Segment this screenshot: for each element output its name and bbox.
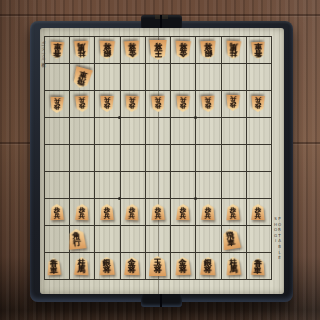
board-face: ポータブル将棋 PORTABLE SHOGI 香車桂馬銀将金将王将金将銀将桂馬香… (40, 28, 284, 294)
pawn-kanji: 歩兵 (49, 97, 64, 113)
piece-sente-lance[interactable]: 香車 (46, 257, 61, 275)
square-72[interactable] (94, 63, 119, 90)
pawn-kanji: 歩兵 (150, 96, 165, 112)
piece-gote-silver[interactable]: 銀将 (200, 41, 217, 60)
square-56[interactable] (145, 171, 170, 198)
fold-hinge-top (141, 15, 182, 29)
piece-gote-pawn[interactable]: 歩兵 (150, 96, 165, 112)
piece-gote-pawn[interactable]: 歩兵 (100, 96, 114, 112)
silver-kanji: 銀将 (99, 257, 116, 276)
square-62[interactable] (120, 63, 145, 90)
square-75[interactable] (94, 144, 119, 171)
square-12[interactable] (246, 63, 271, 90)
piece-gote-pawn[interactable]: 歩兵 (49, 97, 64, 113)
board-right-caption: PORTABLE SHOGI (273, 216, 281, 294)
piece-sente-rook[interactable]: 飛車 (221, 228, 242, 251)
square-84[interactable] (69, 117, 94, 144)
lance-kanji: 香車 (251, 41, 266, 58)
square-48[interactable] (170, 225, 195, 252)
piece-sente-gold[interactable]: 金将 (174, 257, 191, 276)
square-42[interactable] (170, 63, 195, 90)
piece-sente-king[interactable]: 玉将 (149, 256, 167, 276)
piece-gote-knight[interactable]: 桂馬 (74, 41, 90, 60)
piece-gote-pawn[interactable]: 歩兵 (175, 96, 190, 112)
piece-gote-pawn[interactable]: 歩兵 (201, 96, 216, 113)
square-96[interactable] (44, 171, 69, 198)
piece-gote-pawn[interactable]: 歩兵 (251, 96, 265, 112)
square-76[interactable] (94, 171, 119, 198)
pawn-kanji: 歩兵 (74, 96, 89, 113)
piece-sente-knight[interactable]: 桂馬 (74, 257, 90, 276)
pawn-kanji: 歩兵 (226, 95, 241, 111)
star-point (118, 116, 121, 119)
square-36[interactable] (195, 171, 220, 198)
piece-sente-knight[interactable]: 桂馬 (225, 257, 241, 276)
pawn-kanji: 歩兵 (75, 204, 90, 220)
gold-kanji: 金将 (174, 41, 191, 60)
piece-sente-pawn[interactable]: 歩兵 (251, 204, 265, 220)
pawn-kanji: 歩兵 (176, 204, 190, 220)
square-16[interactable] (246, 171, 271, 198)
pawn-kanji: 歩兵 (201, 96, 216, 113)
square-68[interactable] (120, 225, 145, 252)
square-15[interactable] (246, 144, 271, 171)
piece-gote-king[interactable]: 王将 (149, 40, 167, 60)
square-38[interactable] (195, 225, 220, 252)
pawn-kanji: 歩兵 (49, 204, 64, 220)
piece-sente-lance[interactable]: 香車 (251, 257, 266, 274)
knight-kanji: 桂馬 (74, 41, 90, 60)
piece-gote-lance[interactable]: 香車 (251, 41, 266, 58)
pawn-kanji: 歩兵 (100, 204, 114, 220)
star-point (118, 197, 121, 200)
square-46[interactable] (170, 171, 195, 198)
silver-kanji: 銀将 (99, 41, 116, 60)
pawn-kanji: 歩兵 (201, 204, 216, 220)
pawn-kanji: 歩兵 (125, 204, 140, 221)
piece-gote-lance[interactable]: 香車 (49, 41, 64, 59)
piece-gote-silver[interactable]: 銀将 (99, 41, 116, 60)
piece-sente-pawn[interactable]: 歩兵 (125, 204, 140, 221)
square-24[interactable] (221, 117, 246, 144)
square-14[interactable] (246, 117, 271, 144)
square-32[interactable] (195, 63, 220, 90)
star-point (194, 116, 197, 119)
square-54[interactable] (145, 117, 170, 144)
square-66[interactable] (120, 171, 145, 198)
square-22[interactable] (221, 63, 246, 90)
shogi-board-frame: ポータブル将棋 PORTABLE SHOGI 香車桂馬銀将金将王将金将銀将桂馬香… (30, 21, 293, 302)
square-18[interactable] (246, 225, 271, 252)
square-95[interactable] (44, 144, 69, 171)
square-92[interactable] (44, 63, 69, 90)
square-55[interactable] (145, 144, 170, 171)
square-58[interactable] (145, 225, 170, 252)
square-94[interactable] (44, 117, 69, 144)
pawn-kanji: 歩兵 (226, 204, 241, 220)
king-kanji: 王将 (149, 40, 167, 60)
piece-sente-pawn[interactable]: 歩兵 (226, 204, 241, 220)
table-surface: ポータブル将棋 PORTABLE SHOGI 香車桂馬銀将金将王将金将銀将桂馬香… (0, 0, 320, 320)
gold-kanji: 金将 (124, 257, 140, 275)
pawn-kanji: 歩兵 (100, 96, 114, 112)
square-34[interactable] (195, 117, 220, 144)
piece-sente-pawn[interactable]: 歩兵 (49, 204, 64, 220)
piece-sente-pawn[interactable]: 歩兵 (100, 204, 114, 220)
pawn-kanji: 歩兵 (150, 204, 165, 220)
piece-sente-silver[interactable]: 銀将 (99, 257, 116, 276)
square-25[interactable] (221, 144, 246, 171)
piece-gote-pawn[interactable]: 歩兵 (125, 96, 140, 113)
pawn-kanji: 歩兵 (251, 96, 265, 112)
gold-kanji: 金将 (124, 41, 141, 60)
square-44[interactable] (170, 117, 195, 144)
square-45[interactable] (170, 144, 195, 171)
star-point (194, 197, 197, 200)
square-85[interactable] (69, 144, 94, 171)
piece-gote-pawn[interactable]: 歩兵 (74, 96, 89, 113)
rook-kanji: 飛車 (221, 228, 242, 251)
piece-sente-pawn[interactable]: 歩兵 (201, 204, 216, 220)
pawn-kanji: 歩兵 (175, 96, 190, 112)
piece-sente-pawn[interactable]: 歩兵 (75, 204, 90, 220)
silver-kanji: 銀将 (200, 257, 217, 276)
silver-kanji: 銀将 (200, 41, 217, 60)
square-86[interactable] (69, 171, 94, 198)
square-52[interactable] (145, 63, 170, 90)
piece-gote-gold[interactable]: 金将 (124, 41, 141, 60)
bishop-kanji: 角行 (67, 228, 87, 249)
gold-kanji: 金将 (174, 257, 191, 276)
piece-gote-pawn[interactable]: 歩兵 (226, 95, 241, 111)
piece-sente-gold[interactable]: 金将 (124, 257, 140, 275)
piece-sente-silver[interactable]: 銀将 (200, 257, 217, 276)
square-74[interactable] (94, 117, 119, 144)
knight-kanji: 桂馬 (74, 257, 90, 276)
piece-gote-gold[interactable]: 金将 (174, 41, 191, 60)
piece-gote-knight[interactable]: 桂馬 (225, 41, 241, 60)
square-26[interactable] (221, 171, 246, 198)
fold-hinge-bottom (141, 294, 182, 307)
square-64[interactable] (120, 117, 145, 144)
piece-sente-bishop[interactable]: 角行 (67, 228, 87, 249)
lance-kanji: 香車 (251, 257, 266, 274)
king-kanji: 玉将 (149, 256, 167, 276)
pawn-kanji: 歩兵 (251, 204, 265, 220)
square-98[interactable] (44, 225, 69, 252)
square-35[interactable] (195, 144, 220, 171)
piece-sente-pawn[interactable]: 歩兵 (150, 204, 165, 220)
lance-kanji: 香車 (46, 257, 61, 275)
square-65[interactable] (120, 144, 145, 171)
square-78[interactable] (94, 225, 119, 252)
knight-kanji: 桂馬 (225, 257, 241, 276)
knight-kanji: 桂馬 (225, 41, 241, 60)
piece-sente-pawn[interactable]: 歩兵 (176, 204, 190, 220)
pawn-kanji: 歩兵 (125, 96, 140, 113)
lance-kanji: 香車 (49, 41, 64, 59)
